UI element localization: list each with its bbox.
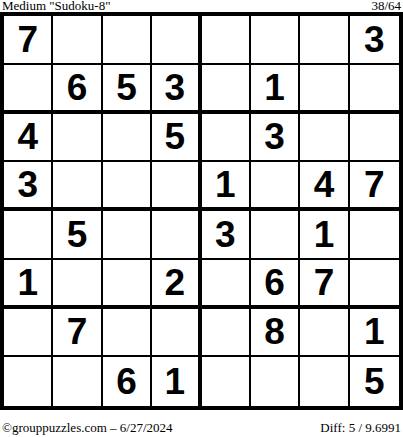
sudoku-cell-given: 4	[4, 114, 53, 163]
sudoku-cell-given: 3	[350, 16, 399, 65]
sudoku-cell-empty[interactable]	[300, 65, 349, 114]
sudoku-cell-given: 6	[53, 65, 102, 114]
sudoku-cell-empty[interactable]	[251, 162, 300, 211]
sudoku-cell-empty[interactable]	[4, 309, 53, 358]
sudoku-cell-empty[interactable]	[202, 260, 251, 309]
sudoku-cell-empty[interactable]	[350, 114, 399, 163]
sudoku-cell-given: 2	[152, 260, 201, 309]
sudoku-cell-empty[interactable]	[350, 260, 399, 309]
sudoku-cell-given: 6	[103, 357, 152, 406]
sudoku-cell-empty[interactable]	[53, 114, 102, 163]
sudoku-cell-given: 7	[53, 309, 102, 358]
sudoku-cell-empty[interactable]	[4, 357, 53, 406]
sudoku-cell-given: 6	[251, 260, 300, 309]
sudoku-cell-empty[interactable]	[103, 260, 152, 309]
sudoku-cell-empty[interactable]	[4, 65, 53, 114]
sudoku-cell-empty[interactable]	[350, 65, 399, 114]
sudoku-cell-empty[interactable]	[202, 357, 251, 406]
sudoku-cell-empty[interactable]	[4, 211, 53, 260]
sudoku-cell-given: 5	[152, 114, 201, 163]
sudoku-cell-empty[interactable]	[251, 211, 300, 260]
sudoku-cell-given: 3	[202, 211, 251, 260]
sudoku-cell-empty[interactable]	[202, 114, 251, 163]
difficulty-text: Diff: 5 / 9.6991	[320, 421, 401, 435]
sudoku-cell-empty[interactable]	[152, 16, 201, 65]
copyright-text: ©grouppuzzles.com – 6/27/2024	[2, 421, 173, 435]
sudoku-cell-empty[interactable]	[103, 309, 152, 358]
sudoku-cell-empty[interactable]	[152, 162, 201, 211]
footer: ©grouppuzzles.com – 6/27/2024 Diff: 5 / …	[2, 421, 401, 435]
sudoku-cell-empty[interactable]	[103, 211, 152, 260]
sudoku-cell-given: 7	[4, 16, 53, 65]
sudoku-cell-given: 5	[103, 65, 152, 114]
sudoku-cell-empty[interactable]	[53, 16, 102, 65]
sudoku-cell-given: 1	[251, 65, 300, 114]
sudoku-cell-given: 1	[300, 211, 349, 260]
sudoku-cell-empty[interactable]	[53, 357, 102, 406]
puzzle-page: Medium "Sudoku-8" 38/64 7365314533147531…	[0, 0, 403, 437]
puzzle-title: Medium "Sudoku-8"	[2, 0, 110, 12]
sudoku-cell-given: 7	[350, 162, 399, 211]
sudoku-cell-given: 3	[4, 162, 53, 211]
sudoku-cell-empty[interactable]	[103, 114, 152, 163]
sudoku-cell-empty[interactable]	[300, 309, 349, 358]
sudoku-cell-empty[interactable]	[152, 211, 201, 260]
blank-count: 38/64	[371, 0, 401, 12]
sudoku-cell-given: 1	[202, 162, 251, 211]
sudoku-cell-given: 1	[152, 357, 201, 406]
sudoku-cell-empty[interactable]	[53, 260, 102, 309]
sudoku-cell-empty[interactable]	[300, 114, 349, 163]
sudoku-cell-empty[interactable]	[251, 357, 300, 406]
sudoku-cell-empty[interactable]	[300, 16, 349, 65]
sudoku-cell-empty[interactable]	[251, 16, 300, 65]
sudoku-cell-given: 8	[251, 309, 300, 358]
sudoku-cell-given: 5	[53, 211, 102, 260]
sudoku-cell-empty[interactable]	[350, 211, 399, 260]
sudoku-cell-given: 5	[350, 357, 399, 406]
sudoku-cell-empty[interactable]	[152, 309, 201, 358]
sudoku-cell-given: 3	[152, 65, 201, 114]
sudoku-cell-empty[interactable]	[202, 16, 251, 65]
sudoku-cell-given: 3	[251, 114, 300, 163]
sudoku-cell-given: 1	[4, 260, 53, 309]
sudoku-cell-empty[interactable]	[202, 65, 251, 114]
sudoku-board: 73653145331475311267781615	[0, 12, 403, 410]
sudoku-cell-empty[interactable]	[103, 162, 152, 211]
header: Medium "Sudoku-8" 38/64	[2, 0, 401, 12]
sudoku-cell-empty[interactable]	[103, 16, 152, 65]
sudoku-cell-empty[interactable]	[300, 357, 349, 406]
sudoku-cell-given: 4	[300, 162, 349, 211]
sudoku-cell-empty[interactable]	[202, 309, 251, 358]
sudoku-cell-empty[interactable]	[53, 162, 102, 211]
sudoku-cell-given: 1	[350, 309, 399, 358]
sudoku-cell-given: 7	[300, 260, 349, 309]
